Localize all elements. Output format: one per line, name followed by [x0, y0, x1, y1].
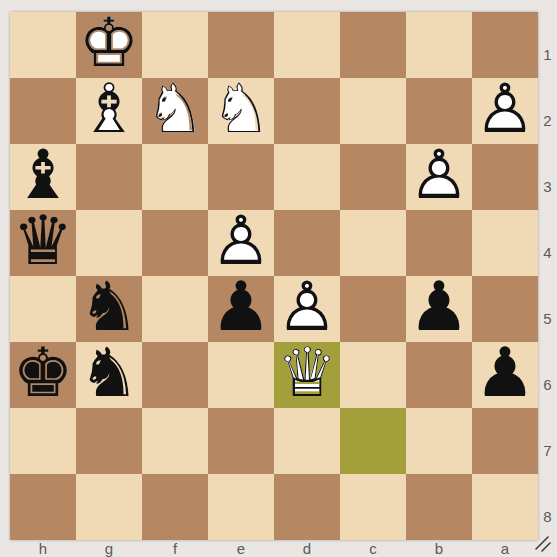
chess-board: ♚♔♝♗♞♘♞♘♟♙♝♟♙♛♟♙♞♟♟♙♟♚♞♛♕♟ [10, 12, 538, 540]
square-b5[interactable]: ♟ [406, 276, 472, 342]
square-f3[interactable] [142, 144, 208, 210]
square-h1[interactable] [10, 12, 76, 78]
square-d3[interactable] [274, 144, 340, 210]
rank-label-3: 3 [538, 153, 557, 219]
square-a4[interactable] [472, 210, 538, 276]
file-label-e: e [208, 540, 274, 557]
file-label-f: f [142, 540, 208, 557]
rank-coordinates: 12345678 [538, 12, 557, 540]
file-label-b: b [406, 540, 472, 557]
square-c7[interactable] [340, 408, 406, 474]
square-g3[interactable] [76, 144, 142, 210]
file-coordinates: hgfedcba [10, 540, 538, 557]
black-pawn[interactable]: ♟ [208, 276, 274, 342]
square-h4[interactable]: ♛ [10, 210, 76, 276]
square-e2[interactable]: ♞♘ [208, 78, 274, 144]
square-b3[interactable]: ♟♙ [406, 144, 472, 210]
rank-label-7: 7 [538, 417, 557, 483]
square-c1[interactable] [340, 12, 406, 78]
rank-label-1: 1 [538, 21, 557, 87]
white-knight[interactable]: ♞♘ [208, 78, 274, 144]
square-e6[interactable] [208, 342, 274, 408]
square-c6[interactable] [340, 342, 406, 408]
square-a7[interactable] [472, 408, 538, 474]
rank-label-4: 4 [538, 219, 557, 285]
file-label-c: c [340, 540, 406, 557]
square-c3[interactable] [340, 144, 406, 210]
rank-label-6: 6 [538, 351, 557, 417]
square-b8[interactable] [406, 474, 472, 540]
square-c4[interactable] [340, 210, 406, 276]
white-knight[interactable]: ♞♘ [142, 78, 208, 144]
square-e7[interactable] [208, 408, 274, 474]
file-label-d: d [274, 540, 340, 557]
square-c5[interactable] [340, 276, 406, 342]
square-d2[interactable] [274, 78, 340, 144]
black-queen[interactable]: ♛ [10, 210, 76, 276]
square-h8[interactable] [10, 474, 76, 540]
square-h6[interactable]: ♚ [10, 342, 76, 408]
square-b7[interactable] [406, 408, 472, 474]
white-queen[interactable]: ♛♕ [274, 342, 340, 408]
black-pawn[interactable]: ♟ [472, 342, 538, 408]
file-label-a: a [472, 540, 538, 557]
square-b1[interactable] [406, 12, 472, 78]
square-f2[interactable]: ♞♘ [142, 78, 208, 144]
square-f4[interactable] [142, 210, 208, 276]
square-a6[interactable]: ♟ [472, 342, 538, 408]
white-pawn[interactable]: ♟♙ [472, 78, 538, 144]
square-g6[interactable]: ♞ [76, 342, 142, 408]
square-g8[interactable] [76, 474, 142, 540]
rank-label-2: 2 [538, 87, 557, 153]
white-bishop[interactable]: ♝♗ [76, 78, 142, 144]
square-d8[interactable] [274, 474, 340, 540]
square-d6[interactable]: ♛♕ [274, 342, 340, 408]
board-resize-handle-icon[interactable] [533, 533, 553, 553]
square-c8[interactable] [340, 474, 406, 540]
file-label-h: h [10, 540, 76, 557]
square-f6[interactable] [142, 342, 208, 408]
black-knight[interactable]: ♞ [76, 342, 142, 408]
chess-app-window: ♚♔♝♗♞♘♞♘♟♙♝♟♙♛♟♙♞♟♟♙♟♚♞♛♕♟ 12345678 hgfe… [0, 0, 557, 557]
square-d1[interactable] [274, 12, 340, 78]
black-pawn[interactable]: ♟ [406, 276, 472, 342]
square-a8[interactable] [472, 474, 538, 540]
square-b6[interactable] [406, 342, 472, 408]
rank-label-5: 5 [538, 285, 557, 351]
white-pawn[interactable]: ♟♙ [406, 144, 472, 210]
square-g7[interactable] [76, 408, 142, 474]
square-e8[interactable] [208, 474, 274, 540]
square-f8[interactable] [142, 474, 208, 540]
square-f7[interactable] [142, 408, 208, 474]
square-e5[interactable]: ♟ [208, 276, 274, 342]
black-king[interactable]: ♚ [10, 342, 76, 408]
square-g2[interactable]: ♝♗ [76, 78, 142, 144]
square-h7[interactable] [10, 408, 76, 474]
square-d7[interactable] [274, 408, 340, 474]
file-label-g: g [76, 540, 142, 557]
square-a2[interactable]: ♟♙ [472, 78, 538, 144]
square-a3[interactable] [472, 144, 538, 210]
square-c2[interactable] [340, 78, 406, 144]
square-f5[interactable] [142, 276, 208, 342]
